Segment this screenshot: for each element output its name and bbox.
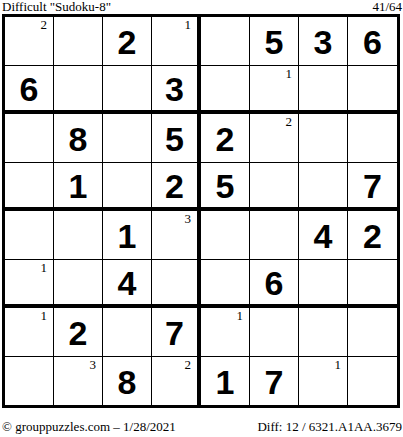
given-digit: 6 <box>265 266 284 300</box>
cell-r8c1[interactable] <box>5 357 54 406</box>
cell-r5c5[interactable] <box>201 211 250 260</box>
given-digit: 3 <box>165 72 184 106</box>
pencil-mark: 1 <box>41 308 48 323</box>
cell-r3c7[interactable] <box>299 114 348 163</box>
cell-r1c1[interactable]: 2 <box>5 17 54 66</box>
cell-r4c4[interactable]: 2 <box>152 163 201 212</box>
given-digit: 8 <box>118 365 137 399</box>
cell-r7c1[interactable]: 1 <box>5 308 54 357</box>
cell-r2c3[interactable] <box>103 66 152 115</box>
cell-r4c5[interactable]: 5 <box>201 163 250 212</box>
cell-r1c5[interactable] <box>201 17 250 66</box>
given-digit: 7 <box>165 316 184 350</box>
cell-r8c3[interactable]: 8 <box>103 357 152 406</box>
cell-r1c2[interactable] <box>54 17 103 66</box>
given-digit: 7 <box>265 365 284 399</box>
footer-difficulty: Diff: 12 / 6321.A1AA.3679 <box>257 420 402 434</box>
page-title: Difficult "Sudoku-8" <box>2 0 111 13</box>
cell-r2c8[interactable] <box>348 66 397 115</box>
cell-r6c3[interactable]: 4 <box>103 260 152 309</box>
pencil-mark: 1 <box>286 66 293 81</box>
sudoku-board: 2215366318522125713421461271382171 <box>2 14 400 408</box>
cell-r6c2[interactable] <box>54 260 103 309</box>
cell-r3c3[interactable] <box>103 114 152 163</box>
puzzle-page: Difficult "Sudoku-8" 41/64 2215366318522… <box>0 0 403 437</box>
cell-r7c8[interactable] <box>348 308 397 357</box>
cell-r8c7[interactable]: 1 <box>299 357 348 406</box>
pencil-mark: 1 <box>335 357 342 372</box>
pencil-mark: 3 <box>90 357 97 372</box>
cell-r8c6[interactable]: 7 <box>250 357 299 406</box>
cell-r1c8[interactable]: 6 <box>348 17 397 66</box>
cell-r7c2[interactable]: 2 <box>54 308 103 357</box>
cell-r5c7[interactable]: 4 <box>299 211 348 260</box>
cell-r7c5[interactable]: 1 <box>201 308 250 357</box>
given-digit: 5 <box>265 25 284 59</box>
cell-r4c1[interactable] <box>5 163 54 212</box>
cell-r6c1[interactable]: 1 <box>5 260 54 309</box>
page-footer: © grouppuzzles.com – 1/28/2021 Diff: 12 … <box>2 420 402 434</box>
cell-r2c5[interactable] <box>201 66 250 115</box>
pencil-mark: 3 <box>185 211 192 226</box>
given-digit: 1 <box>118 219 137 253</box>
page-header: Difficult "Sudoku-8" 41/64 <box>2 0 402 14</box>
cell-r6c7[interactable] <box>299 260 348 309</box>
given-digit: 4 <box>118 266 137 300</box>
given-digit: 5 <box>165 122 184 156</box>
given-digit: 7 <box>363 169 382 203</box>
cell-r1c6[interactable]: 5 <box>250 17 299 66</box>
cell-r5c4[interactable]: 3 <box>152 211 201 260</box>
cell-r6c8[interactable] <box>348 260 397 309</box>
cell-r4c8[interactable]: 7 <box>348 163 397 212</box>
cell-r5c8[interactable]: 2 <box>348 211 397 260</box>
cell-r4c3[interactable] <box>103 163 152 212</box>
cell-r5c3[interactable]: 1 <box>103 211 152 260</box>
given-digit: 1 <box>69 169 88 203</box>
cell-r2c2[interactable] <box>54 66 103 115</box>
given-digit: 6 <box>363 25 382 59</box>
pencil-mark: 1 <box>185 17 192 32</box>
given-digit: 5 <box>216 169 235 203</box>
given-digit: 2 <box>165 169 184 203</box>
cell-r1c4[interactable]: 1 <box>152 17 201 66</box>
cell-r5c6[interactable] <box>250 211 299 260</box>
cell-r2c7[interactable] <box>299 66 348 115</box>
cell-r8c2[interactable]: 3 <box>54 357 103 406</box>
cell-r1c3[interactable]: 2 <box>103 17 152 66</box>
cell-r3c2[interactable]: 8 <box>54 114 103 163</box>
cell-r8c5[interactable]: 1 <box>201 357 250 406</box>
cell-r7c7[interactable] <box>299 308 348 357</box>
cell-r3c1[interactable] <box>5 114 54 163</box>
cell-r7c4[interactable]: 7 <box>152 308 201 357</box>
cell-r4c6[interactable] <box>250 163 299 212</box>
cell-r3c6[interactable]: 2 <box>250 114 299 163</box>
footer-copyright: © grouppuzzles.com – 1/28/2021 <box>2 420 176 434</box>
given-digit: 2 <box>69 316 88 350</box>
cell-r3c4[interactable]: 5 <box>152 114 201 163</box>
cell-r2c1[interactable]: 6 <box>5 66 54 115</box>
cell-r2c6[interactable]: 1 <box>250 66 299 115</box>
cell-r8c8[interactable] <box>348 357 397 406</box>
given-digit: 2 <box>363 219 382 253</box>
cell-r5c1[interactable] <box>5 211 54 260</box>
pencil-mark: 2 <box>41 17 48 32</box>
cell-r4c7[interactable] <box>299 163 348 212</box>
cell-r4c2[interactable]: 1 <box>54 163 103 212</box>
given-digit: 8 <box>69 122 88 156</box>
cell-r6c4[interactable] <box>152 260 201 309</box>
given-digit: 6 <box>20 72 39 106</box>
cell-r6c6[interactable]: 6 <box>250 260 299 309</box>
pencil-mark: 1 <box>41 260 48 275</box>
given-digit: 2 <box>118 25 137 59</box>
cell-r6c5[interactable] <box>201 260 250 309</box>
given-digit: 2 <box>216 122 235 156</box>
page-number: 41/64 <box>372 0 402 13</box>
cell-r7c6[interactable] <box>250 308 299 357</box>
cell-r3c5[interactable]: 2 <box>201 114 250 163</box>
given-digit: 4 <box>314 219 333 253</box>
given-digit: 1 <box>216 365 235 399</box>
pencil-mark: 1 <box>237 308 244 323</box>
cell-r2c4[interactable]: 3 <box>152 66 201 115</box>
cell-r7c3[interactable] <box>103 308 152 357</box>
cell-r3c8[interactable] <box>348 114 397 163</box>
given-digit: 3 <box>314 25 333 59</box>
cell-r1c7[interactable]: 3 <box>299 17 348 66</box>
pencil-mark: 2 <box>286 114 293 129</box>
pencil-mark: 2 <box>185 357 192 372</box>
cell-r5c2[interactable] <box>54 211 103 260</box>
cell-r8c4[interactable]: 2 <box>152 357 201 406</box>
